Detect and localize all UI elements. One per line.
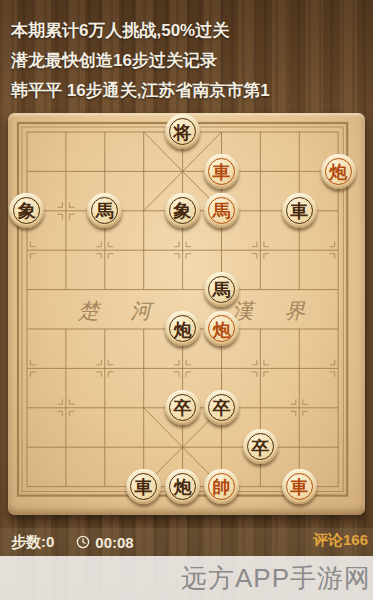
- steps-counter: 步数:0: [11, 533, 54, 552]
- piece-character: 炮: [173, 320, 191, 338]
- piece-character: 炮: [212, 320, 230, 338]
- piece-character: 馬: [212, 202, 230, 220]
- piece-black-soldier[interactable]: 卒: [165, 390, 200, 425]
- record-holder-line: 潜龙最快创造16步过关记录: [11, 46, 270, 76]
- piece-character: 車: [290, 478, 308, 496]
- piece-character: 車: [290, 202, 308, 220]
- piece-character: 車: [135, 478, 153, 496]
- piece-black-general[interactable]: 将: [165, 114, 200, 149]
- piece-ring: 卒: [247, 433, 274, 460]
- piece-character: 卒: [212, 399, 230, 417]
- piece-character: 車: [212, 163, 230, 181]
- piece-character: 炮: [329, 163, 347, 181]
- piece-character: 馬: [212, 281, 230, 299]
- piece-ring: 炮: [208, 315, 235, 342]
- piece-ring: 車: [286, 197, 313, 224]
- piece-ring: 馬: [91, 197, 118, 224]
- piece-black-horse[interactable]: 馬: [204, 272, 239, 307]
- piece-ring: 卒: [208, 394, 235, 421]
- piece-black-elephant[interactable]: 象: [9, 193, 44, 228]
- piece-red-horse[interactable]: 馬: [204, 193, 239, 228]
- app-screen: 本期累计6万人挑战,50%过关 潜龙最快创造16步过关记录 韩平平 16步通关,…: [0, 0, 373, 600]
- piece-character: 象: [18, 202, 36, 220]
- piece-ring: 車: [286, 473, 313, 500]
- piece-ring: 炮: [169, 315, 196, 342]
- piece-black-cannon[interactable]: 炮: [165, 469, 200, 504]
- piece-ring: 将: [169, 118, 196, 145]
- site-watermark: 远方APP手游网: [0, 556, 373, 600]
- piece-character: 卒: [173, 399, 191, 417]
- piece-character: 帥: [212, 478, 230, 496]
- piece-character: 将: [173, 123, 191, 141]
- piece-ring: 炮: [169, 473, 196, 500]
- piece-character: 卒: [251, 438, 269, 456]
- clock-icon: [76, 535, 90, 549]
- piece-red-rook[interactable]: 車: [204, 154, 239, 189]
- piece-black-soldier[interactable]: 卒: [243, 429, 278, 464]
- piece-ring: 卒: [169, 394, 196, 421]
- piece-ring: 象: [169, 197, 196, 224]
- piece-ring: 帥: [208, 473, 235, 500]
- pieces-layer: 将車炮象馬象馬車馬炮炮卒卒卒車炮帥車: [8, 112, 358, 506]
- piece-character: 炮: [173, 478, 191, 496]
- piece-ring: 炮: [325, 158, 352, 185]
- piece-black-elephant[interactable]: 象: [165, 193, 200, 228]
- piece-red-cannon[interactable]: 炮: [321, 154, 356, 189]
- piece-ring: 車: [208, 158, 235, 185]
- piece-ring: 象: [13, 197, 40, 224]
- piece-red-rook[interactable]: 車: [282, 469, 317, 504]
- xiangqi-board[interactable]: 楚 河 漢 界 将車炮象馬象馬車馬炮炮卒卒卒車炮帥車: [8, 113, 365, 515]
- piece-black-rook[interactable]: 車: [126, 469, 161, 504]
- piece-red-cannon[interactable]: 炮: [204, 311, 239, 346]
- piece-character: 馬: [96, 202, 114, 220]
- piece-character: 象: [173, 202, 191, 220]
- timer-value: 00:08: [95, 534, 133, 551]
- challenge-info: 本期累计6万人挑战,50%过关 潜龙最快创造16步过关记录 韩平平 16步通关,…: [11, 16, 270, 106]
- piece-black-cannon[interactable]: 炮: [165, 311, 200, 346]
- piece-black-horse[interactable]: 馬: [87, 193, 122, 228]
- top-player-line: 韩平平 16步通关,江苏省南京市第1: [11, 76, 270, 106]
- piece-black-rook[interactable]: 車: [282, 193, 317, 228]
- piece-ring: 馬: [208, 276, 235, 303]
- piece-ring: 馬: [208, 197, 235, 224]
- piece-ring: 車: [130, 473, 157, 500]
- challenge-stats-line: 本期累计6万人挑战,50%过关: [11, 16, 270, 46]
- piece-black-soldier[interactable]: 卒: [204, 390, 239, 425]
- comments-button[interactable]: 评论166: [313, 531, 368, 550]
- piece-red-general[interactable]: 帥: [204, 469, 239, 504]
